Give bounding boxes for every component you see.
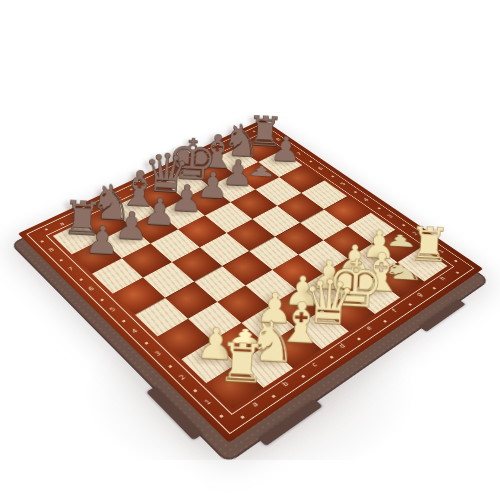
black-pawn-a7[interactable]: ♟ (72, 193, 132, 261)
border-dot (331, 175, 335, 177)
product-photo-canvas: ♜♞♝♛♚♝♞♜♟♟♟♟♟♟♟♟♟♟♟♟♟♟♟♟♜♞♝♛♚♝♞♜ aabbccd… (0, 0, 500, 500)
board-frame: ♜♞♝♛♚♝♞♜♟♟♟♟♟♟♟♟♟♟♟♟♟♟♟♟♜♞♝♛♚♝♞♜ aabbccd… (18, 119, 483, 443)
black-pawn-h7[interactable]: ♟ (259, 108, 312, 168)
scene-3d: ♜♞♝♛♚♝♞♜♟♟♟♟♟♟♟♟♟♟♟♟♟♟♟♟♜♞♝♛♚♝♞♜ aabbccd… (0, 0, 500, 500)
white-rook-a1[interactable]: ♜ (207, 314, 276, 392)
border-dot (408, 303, 412, 306)
border-dot (44, 228, 48, 231)
chess-board: ♜♞♝♛♚♝♞♜♟♟♟♟♟♟♟♟♟♟♟♟♟♟♟♟♜♞♝♛♚♝♞♜ (53, 136, 448, 408)
